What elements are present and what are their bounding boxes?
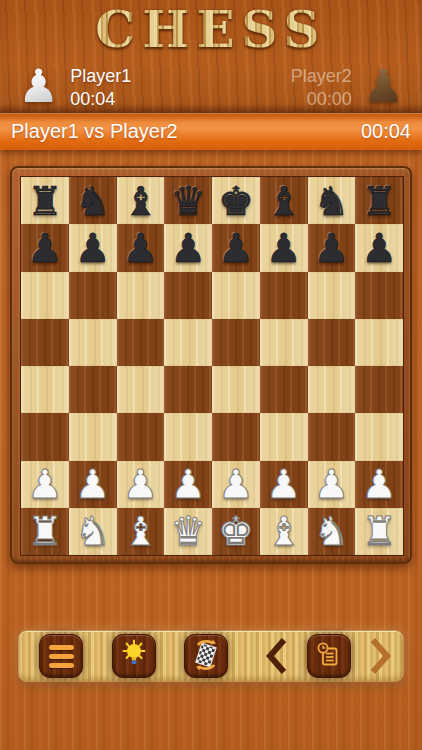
piece-black-knight: ♞ bbox=[313, 181, 349, 221]
lightbulb-icon bbox=[118, 639, 150, 674]
square-c6[interactable] bbox=[117, 272, 165, 319]
player1-name: Player1 bbox=[70, 66, 131, 87]
square-h5[interactable] bbox=[355, 319, 403, 366]
square-h4[interactable] bbox=[355, 366, 403, 413]
piece-white-queen: ♛ bbox=[170, 511, 206, 551]
matchup-label: Player1 vs Player2 bbox=[11, 120, 178, 143]
piece-black-pawn: ♟ bbox=[75, 228, 111, 268]
square-d2[interactable]: ♟ bbox=[164, 461, 212, 508]
square-b1[interactable]: ♞ bbox=[69, 508, 117, 555]
square-g4[interactable] bbox=[308, 366, 356, 413]
chevron-right-icon bbox=[368, 637, 392, 678]
square-f1[interactable]: ♝ bbox=[260, 508, 308, 555]
piece-white-bishop: ♝ bbox=[122, 511, 158, 551]
square-c7[interactable]: ♟ bbox=[117, 224, 165, 271]
square-g6[interactable] bbox=[308, 272, 356, 319]
square-a8[interactable]: ♜ bbox=[21, 177, 69, 224]
player1-panel: ♟ Player1 00:04 bbox=[18, 62, 131, 110]
square-d8[interactable]: ♛ bbox=[164, 177, 212, 224]
square-g1[interactable]: ♞ bbox=[308, 508, 356, 555]
square-d7[interactable]: ♟ bbox=[164, 224, 212, 271]
white-pawn-icon: ♟ bbox=[18, 62, 59, 110]
square-b2[interactable]: ♟ bbox=[69, 461, 117, 508]
square-e1[interactable]: ♚ bbox=[212, 508, 260, 555]
square-b5[interactable] bbox=[69, 319, 117, 366]
square-g7[interactable]: ♟ bbox=[308, 224, 356, 271]
menu-button[interactable] bbox=[39, 634, 83, 678]
square-h8[interactable]: ♜ bbox=[355, 177, 403, 224]
square-h7[interactable]: ♟ bbox=[355, 224, 403, 271]
square-a7[interactable]: ♟ bbox=[21, 224, 69, 271]
player1-meta: Player1 00:04 bbox=[70, 62, 131, 110]
piece-black-pawn: ♟ bbox=[170, 228, 206, 268]
piece-white-pawn: ♟ bbox=[27, 464, 63, 504]
piece-black-queen: ♛ bbox=[170, 181, 206, 221]
piece-black-rook: ♜ bbox=[27, 181, 63, 221]
piece-white-bishop: ♝ bbox=[266, 511, 302, 551]
square-c1[interactable]: ♝ bbox=[117, 508, 165, 555]
game-timer: 00:04 bbox=[361, 120, 411, 143]
square-e3[interactable] bbox=[212, 413, 260, 460]
player2-meta: Player2 00:00 bbox=[291, 62, 352, 110]
board-frame: ♜♞♝♛♚♝♞♜♟♟♟♟♟♟♟♟♟♟♟♟♟♟♟♟♜♞♝♛♚♝♞♜ bbox=[10, 166, 412, 564]
piece-black-bishop: ♝ bbox=[266, 181, 302, 221]
chess-board: ♜♞♝♛♚♝♞♜♟♟♟♟♟♟♟♟♟♟♟♟♟♟♟♟♜♞♝♛♚♝♞♜ bbox=[20, 176, 404, 556]
undo-button[interactable] bbox=[264, 637, 290, 677]
square-a3[interactable] bbox=[21, 413, 69, 460]
square-a5[interactable] bbox=[21, 319, 69, 366]
square-c5[interactable] bbox=[117, 319, 165, 366]
square-c2[interactable]: ♟ bbox=[117, 461, 165, 508]
square-f2[interactable]: ♟ bbox=[260, 461, 308, 508]
redo-button[interactable] bbox=[367, 637, 393, 677]
square-a6[interactable] bbox=[21, 272, 69, 319]
flip-board-icon bbox=[189, 638, 223, 675]
piece-white-pawn: ♟ bbox=[313, 464, 349, 504]
square-c3[interactable] bbox=[117, 413, 165, 460]
piece-white-rook: ♜ bbox=[27, 511, 63, 551]
square-e7[interactable]: ♟ bbox=[212, 224, 260, 271]
piece-black-bishop: ♝ bbox=[122, 181, 158, 221]
square-g3[interactable] bbox=[308, 413, 356, 460]
app-title: CHESS bbox=[0, 2, 422, 58]
square-d1[interactable]: ♛ bbox=[164, 508, 212, 555]
piece-black-pawn: ♟ bbox=[266, 228, 302, 268]
piece-black-pawn: ♟ bbox=[218, 228, 254, 268]
square-e2[interactable]: ♟ bbox=[212, 461, 260, 508]
square-e4[interactable] bbox=[212, 366, 260, 413]
brown-pawn-icon: ♟ bbox=[363, 62, 404, 110]
square-f3[interactable] bbox=[260, 413, 308, 460]
square-d3[interactable] bbox=[164, 413, 212, 460]
piece-white-knight: ♞ bbox=[313, 511, 349, 551]
piece-white-pawn: ♟ bbox=[218, 464, 254, 504]
square-a1[interactable]: ♜ bbox=[21, 508, 69, 555]
square-b6[interactable] bbox=[69, 272, 117, 319]
move-list-clock-icon bbox=[314, 640, 344, 673]
status-bar: Player1 vs Player2 00:04 bbox=[0, 113, 422, 150]
chevron-left-icon bbox=[265, 637, 289, 678]
bottom-toolbar bbox=[18, 630, 404, 682]
player2-name: Player2 bbox=[291, 66, 352, 87]
square-c4[interactable] bbox=[117, 366, 165, 413]
piece-white-pawn: ♟ bbox=[266, 464, 302, 504]
piece-black-knight: ♞ bbox=[75, 181, 111, 221]
piece-white-rook: ♜ bbox=[361, 511, 397, 551]
chess-app-screen: CHESS ♟ Player1 00:04 ♟ Player2 00:00 Pl… bbox=[0, 0, 422, 750]
piece-white-pawn: ♟ bbox=[122, 464, 158, 504]
top-header-wood-panel: CHESS ♟ Player1 00:04 ♟ Player2 00:00 bbox=[0, 0, 422, 113]
player1-clock: 00:04 bbox=[70, 89, 131, 110]
hamburger-icon bbox=[49, 645, 74, 668]
square-f7[interactable]: ♟ bbox=[260, 224, 308, 271]
square-g2[interactable]: ♟ bbox=[308, 461, 356, 508]
square-g8[interactable]: ♞ bbox=[308, 177, 356, 224]
square-a4[interactable] bbox=[21, 366, 69, 413]
square-g5[interactable] bbox=[308, 319, 356, 366]
square-e6[interactable] bbox=[212, 272, 260, 319]
piece-white-pawn: ♟ bbox=[361, 464, 397, 504]
square-h2[interactable]: ♟ bbox=[355, 461, 403, 508]
square-f5[interactable] bbox=[260, 319, 308, 366]
square-h3[interactable] bbox=[355, 413, 403, 460]
piece-white-pawn: ♟ bbox=[170, 464, 206, 504]
square-d4[interactable] bbox=[164, 366, 212, 413]
piece-black-rook: ♜ bbox=[361, 181, 397, 221]
square-b4[interactable] bbox=[69, 366, 117, 413]
flip-board-button[interactable] bbox=[184, 634, 228, 678]
square-h1[interactable]: ♜ bbox=[355, 508, 403, 555]
piece-black-king: ♚ bbox=[218, 181, 254, 221]
square-b3[interactable] bbox=[69, 413, 117, 460]
square-d6[interactable] bbox=[164, 272, 212, 319]
piece-white-king: ♚ bbox=[218, 511, 254, 551]
piece-black-pawn: ♟ bbox=[313, 228, 349, 268]
piece-white-pawn: ♟ bbox=[75, 464, 111, 504]
square-f8[interactable]: ♝ bbox=[260, 177, 308, 224]
square-e5[interactable] bbox=[212, 319, 260, 366]
piece-white-knight: ♞ bbox=[75, 511, 111, 551]
move-list-button[interactable] bbox=[307, 634, 351, 678]
square-d5[interactable] bbox=[164, 319, 212, 366]
square-f6[interactable] bbox=[260, 272, 308, 319]
square-b7[interactable]: ♟ bbox=[69, 224, 117, 271]
square-h6[interactable] bbox=[355, 272, 403, 319]
square-c8[interactable]: ♝ bbox=[117, 177, 165, 224]
piece-black-pawn: ♟ bbox=[27, 228, 63, 268]
square-a2[interactable]: ♟ bbox=[21, 461, 69, 508]
player2-panel: ♟ Player2 00:00 bbox=[291, 62, 404, 110]
square-f4[interactable] bbox=[260, 366, 308, 413]
piece-black-pawn: ♟ bbox=[122, 228, 158, 268]
piece-black-pawn: ♟ bbox=[361, 228, 397, 268]
player2-clock: 00:00 bbox=[307, 89, 352, 110]
square-e8[interactable]: ♚ bbox=[212, 177, 260, 224]
hint-button[interactable] bbox=[112, 634, 156, 678]
square-b8[interactable]: ♞ bbox=[69, 177, 117, 224]
